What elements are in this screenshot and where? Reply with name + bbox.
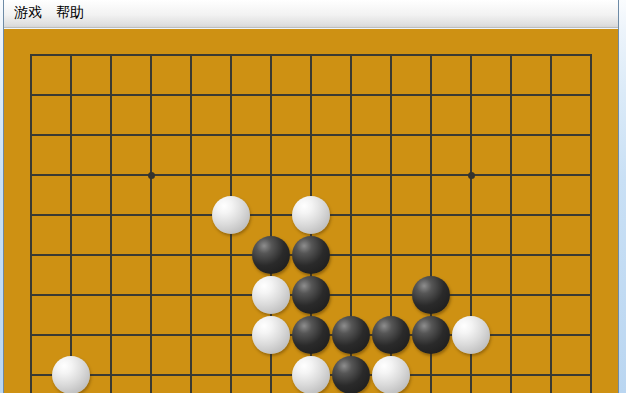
grid-line-vertical bbox=[110, 54, 112, 393]
black-stone bbox=[292, 236, 330, 274]
white-stone bbox=[52, 356, 90, 393]
star-point bbox=[468, 172, 475, 179]
black-stone bbox=[412, 276, 450, 314]
black-stone bbox=[372, 316, 410, 354]
star-point bbox=[148, 172, 155, 179]
grid-line-vertical bbox=[70, 54, 72, 393]
white-stone bbox=[452, 316, 490, 354]
grid-line-vertical bbox=[590, 54, 592, 393]
menu-game[interactable]: 游戏 bbox=[7, 2, 49, 25]
grid-line-vertical bbox=[510, 54, 512, 393]
menu-bar: 游戏 帮助 bbox=[4, 0, 618, 28]
gomoku-board[interactable] bbox=[4, 29, 618, 393]
white-stone bbox=[252, 276, 290, 314]
black-stone bbox=[332, 316, 370, 354]
black-stone bbox=[332, 356, 370, 393]
white-stone bbox=[212, 196, 250, 234]
window-border-right bbox=[618, 0, 619, 393]
white-stone bbox=[372, 356, 410, 393]
black-stone bbox=[292, 276, 330, 314]
grid-line-vertical bbox=[150, 54, 152, 393]
grid-line-vertical bbox=[190, 54, 192, 393]
grid-line-vertical bbox=[30, 54, 32, 393]
menu-help[interactable]: 帮助 bbox=[49, 2, 91, 25]
app-window: 游戏 帮助 bbox=[0, 0, 626, 393]
black-stone bbox=[412, 316, 450, 354]
grid-line-vertical bbox=[550, 54, 552, 393]
white-stone bbox=[292, 356, 330, 393]
white-stone bbox=[292, 196, 330, 234]
white-stone bbox=[252, 316, 290, 354]
black-stone bbox=[292, 316, 330, 354]
black-stone bbox=[252, 236, 290, 274]
